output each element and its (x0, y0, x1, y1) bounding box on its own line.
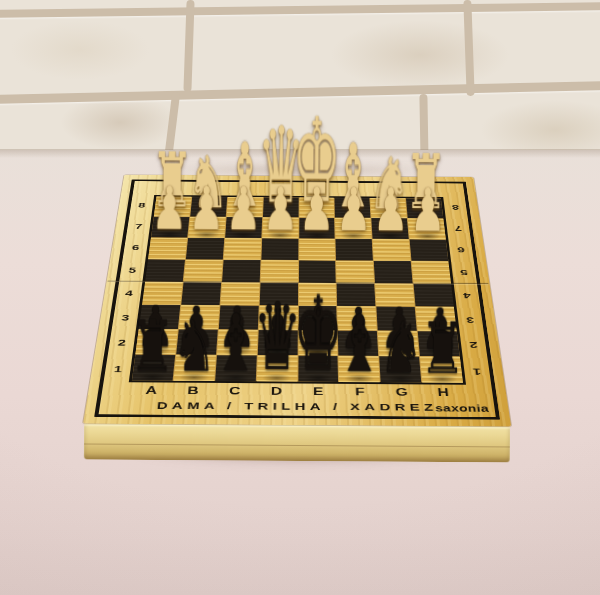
piece-black-knight-b1: ♞ (172, 313, 217, 381)
rank-label-right-1: 1 (463, 358, 491, 385)
rank-label-left-5: 5 (119, 258, 145, 281)
chess-board: 87654321 87654321 ♜♞♝♛♚♝♞♜♟♟♟♟♟♟♟♟♟♟♟♟♟♟… (83, 175, 511, 427)
rank-label-right-8: 8 (443, 197, 467, 218)
piece-black-rook-a1: ♜ (130, 313, 176, 380)
square-e7: ♟ (299, 218, 335, 239)
rank-label-right-7: 7 (446, 218, 471, 239)
square-g1: ♞ (379, 356, 421, 382)
rank-label-right-2: 2 (460, 332, 488, 358)
box-side-edge (84, 423, 510, 462)
square-f1: ♝ (339, 356, 380, 382)
rank-label-right-4: 4 (454, 284, 481, 308)
square-b6 (186, 238, 224, 259)
square-c7: ♟ (225, 217, 262, 238)
piece-white-pawn-d7: ♟ (262, 181, 298, 238)
board-grid: ♜♞♝♛♚♝♞♜♟♟♟♟♟♟♟♟♟♟♟♟♟♟♟♟♜♞♝♛♚♝♞♜ (129, 195, 466, 385)
piece-black-bishop-f1: ♝ (338, 307, 383, 382)
board-3d-scene: 87654321 87654321 ♜♞♝♛♚♝♞♜♟♟♟♟♟♟♟♟♟♟♟♟♟♟… (0, 0, 600, 595)
square-d5 (260, 260, 298, 282)
piece-white-pawn-f7: ♟ (336, 182, 372, 239)
piece-white-pawn-a7: ♟ (151, 181, 187, 238)
rank-label-right-5: 5 (451, 261, 477, 284)
square-c1: ♝ (215, 355, 257, 381)
piece-black-knight-g1: ♞ (379, 314, 424, 382)
rank-label-right-3: 3 (457, 307, 484, 332)
piece-white-pawn-c7: ♟ (225, 181, 261, 238)
square-d7: ♟ (262, 217, 298, 238)
brand-logo-text: saxonia (435, 403, 490, 414)
square-e1: ♚ (298, 356, 339, 382)
rank-label-left-1: 1 (104, 355, 133, 382)
square-b7: ♟ (188, 217, 226, 238)
scene: 87654321 87654321 ♜♞♝♛♚♝♞♜♟♟♟♟♟♟♟♟♟♟♟♟♟♟… (0, 0, 600, 595)
square-b1: ♞ (173, 355, 215, 381)
rank-label-left-6: 6 (123, 236, 149, 258)
square-b5 (184, 259, 223, 281)
square-g5 (374, 261, 413, 283)
square-g7: ♟ (372, 218, 409, 239)
square-a7: ♟ (151, 217, 189, 238)
board-tilt-wrap: 87654321 87654321 ♜♞♝♛♚♝♞♜♟♟♟♟♟♟♟♟♟♟♟♟♟♟… (0, 0, 600, 595)
piece-black-bishop-c1: ♝ (213, 306, 258, 381)
piece-white-pawn-e7: ♟ (299, 182, 335, 239)
square-h7: ♟ (408, 218, 446, 239)
rank-label-right-6: 6 (448, 239, 473, 261)
square-d1: ♛ (256, 356, 297, 382)
piece-white-pawn-b7: ♟ (188, 181, 224, 238)
square-c5 (222, 260, 260, 282)
rank-label-left-7: 7 (126, 215, 151, 236)
square-f7: ♟ (335, 218, 372, 239)
square-a1: ♜ (132, 355, 175, 381)
piece-black-queen-d1: ♛ (253, 293, 301, 382)
square-e6 (299, 239, 336, 260)
piece-white-pawn-g7: ♟ (373, 182, 409, 239)
square-h5 (412, 261, 451, 283)
piece-white-pawn-h7: ♟ (410, 182, 446, 239)
square-h1: ♜ (420, 357, 463, 383)
square-a5 (145, 259, 185, 281)
